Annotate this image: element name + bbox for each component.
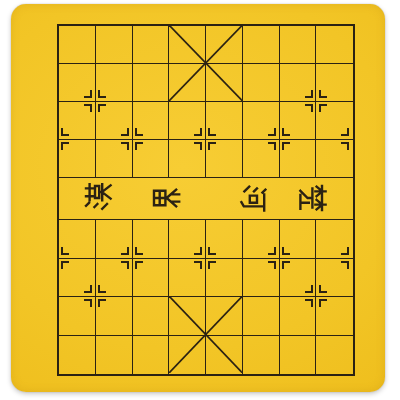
board-cell: [206, 336, 243, 375]
board-cell: [133, 102, 170, 140]
board-cell: [280, 140, 317, 178]
board-cell: [206, 259, 243, 298]
board-cell: [206, 178, 243, 220]
board-cell: [96, 102, 133, 140]
board-cell: [59, 259, 96, 298]
board-cell: [133, 259, 170, 298]
board-cell: [280, 297, 317, 336]
board-cell: [206, 297, 243, 336]
board-cell: [169, 336, 206, 375]
board-cell: [243, 26, 280, 64]
board-cell: [133, 26, 170, 64]
board-cell: [280, 259, 317, 298]
board-cell: [316, 336, 353, 375]
board-cell: [59, 102, 96, 140]
page: { "game": "xiangqi", "title": "Empty yel…: [0, 0, 400, 400]
board-cell: [206, 220, 243, 259]
board-cell: [243, 297, 280, 336]
board-cell: [133, 140, 170, 178]
board-cell: [316, 220, 353, 259]
board-cell: [96, 178, 133, 220]
board-cell: [96, 220, 133, 259]
board-cell: [169, 297, 206, 336]
board-cell: [169, 102, 206, 140]
board-cell: [206, 26, 243, 64]
board-cell: [316, 64, 353, 102]
board-cell: [243, 336, 280, 375]
board-cell: [206, 102, 243, 140]
board-cell: [280, 336, 317, 375]
board-cell: [280, 26, 317, 64]
board-cell: [316, 259, 353, 298]
board-cell: [316, 178, 353, 220]
board-cell: [206, 140, 243, 178]
board-cell: [59, 26, 96, 64]
board-cell: [316, 297, 353, 336]
board-cell: [59, 140, 96, 178]
board-cell: [96, 26, 133, 64]
board-cell: [133, 178, 170, 220]
board-cell: [316, 102, 353, 140]
board-cell: [316, 140, 353, 178]
board-cell: [133, 336, 170, 375]
board-cell: [243, 259, 280, 298]
board-cell: [280, 102, 317, 140]
board-cell: [169, 64, 206, 102]
board-cell: [243, 102, 280, 140]
board-cell: [96, 259, 133, 298]
xiangqi-grid: [57, 24, 355, 376]
board-cell: [96, 297, 133, 336]
board-cell: [316, 26, 353, 64]
board-cell: [243, 140, 280, 178]
board-cell: [133, 64, 170, 102]
board-cell: [59, 64, 96, 102]
board-cell: [243, 64, 280, 102]
board-cell: [169, 259, 206, 298]
board-cell: [133, 220, 170, 259]
board-cell: [243, 220, 280, 259]
board-cell: [96, 336, 133, 375]
board-cell: [169, 178, 206, 220]
board-cell: [280, 178, 317, 220]
board-cell: [59, 297, 96, 336]
board-cell: [206, 64, 243, 102]
board-cell: [59, 220, 96, 259]
board-cell: [243, 178, 280, 220]
board-cell: [133, 297, 170, 336]
board-cell: [169, 26, 206, 64]
board-cell: [59, 336, 96, 375]
board-cell: [280, 220, 317, 259]
board-cell: [96, 64, 133, 102]
board-cell: [96, 140, 133, 178]
xiangqi-board-mat: [11, 4, 385, 392]
board-cell: [59, 178, 96, 220]
board-cell: [169, 140, 206, 178]
board-cell: [280, 64, 317, 102]
board-cell: [169, 220, 206, 259]
